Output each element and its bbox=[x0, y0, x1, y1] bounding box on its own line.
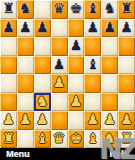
black-pawn: ♟ bbox=[87, 20, 100, 34]
square-d2[interactable] bbox=[51, 111, 68, 130]
help-softkey[interactable]: Help bbox=[109, 148, 129, 160]
white-queen: ♛ bbox=[53, 131, 66, 145]
black-rook: ♜ bbox=[2, 1, 15, 15]
square-e8[interactable]: ♚ bbox=[68, 0, 85, 19]
black-queen: ♛ bbox=[53, 1, 66, 15]
square-h2[interactable]: ♟ bbox=[118, 111, 135, 130]
black-pawn: ♟ bbox=[120, 20, 133, 34]
square-c4[interactable] bbox=[34, 74, 51, 93]
square-d6[interactable] bbox=[51, 37, 68, 56]
square-a4[interactable] bbox=[0, 74, 17, 93]
white-king: ♚ bbox=[70, 131, 83, 145]
square-a6[interactable] bbox=[0, 37, 17, 56]
square-b1[interactable] bbox=[17, 130, 34, 149]
square-h5[interactable] bbox=[118, 56, 135, 75]
square-f5[interactable]: ♝ bbox=[84, 56, 101, 75]
square-a2[interactable]: ♟ bbox=[0, 111, 17, 130]
square-e2[interactable] bbox=[68, 111, 85, 130]
square-g6[interactable] bbox=[101, 37, 118, 56]
square-f6[interactable] bbox=[84, 37, 101, 56]
white-bishop: ♝ bbox=[87, 131, 100, 145]
square-a3[interactable] bbox=[0, 93, 17, 112]
white-pawn: ♟ bbox=[53, 75, 66, 89]
black-bishop: ♝ bbox=[87, 57, 100, 71]
square-h1[interactable]: ♜ bbox=[118, 130, 135, 149]
square-g8[interactable]: ♞ bbox=[101, 0, 118, 19]
square-h4[interactable] bbox=[118, 74, 135, 93]
square-f4[interactable] bbox=[84, 74, 101, 93]
chess-board: ♜♞♛♚♝♞♜♟♟♟♟♟♟♟♟♝♟♞♟♟♟♟♟♟♟♜♝♛♚♝♞♜ bbox=[0, 0, 135, 148]
square-f8[interactable]: ♝ bbox=[84, 0, 101, 19]
white-knight: ♞ bbox=[103, 131, 116, 145]
square-h6[interactable] bbox=[118, 37, 135, 56]
white-pawn: ♟ bbox=[36, 112, 49, 126]
square-d8[interactable]: ♛ bbox=[51, 0, 68, 19]
square-h3[interactable] bbox=[118, 93, 135, 112]
square-d1[interactable]: ♛ bbox=[51, 130, 68, 149]
black-pawn: ♟ bbox=[103, 20, 116, 34]
white-pawn: ♟ bbox=[120, 112, 133, 126]
white-pawn: ♟ bbox=[19, 112, 32, 126]
square-b5[interactable] bbox=[17, 56, 34, 75]
square-g1[interactable]: ♞ bbox=[101, 130, 118, 149]
black-bishop: ♝ bbox=[87, 1, 100, 15]
square-b7[interactable]: ♟ bbox=[17, 19, 34, 38]
square-b3[interactable] bbox=[17, 93, 34, 112]
square-g3[interactable] bbox=[101, 93, 118, 112]
white-pawn: ♟ bbox=[87, 112, 100, 126]
white-pawn: ♟ bbox=[70, 94, 83, 108]
square-a7[interactable]: ♟ bbox=[0, 19, 17, 38]
square-e3[interactable]: ♟ bbox=[68, 93, 85, 112]
white-pawn: ♟ bbox=[103, 112, 116, 126]
black-pawn: ♟ bbox=[36, 20, 49, 34]
black-pawn: ♟ bbox=[53, 57, 66, 71]
square-h7[interactable]: ♟ bbox=[118, 19, 135, 38]
square-a1[interactable]: ♜ bbox=[0, 130, 17, 149]
square-f7[interactable]: ♟ bbox=[84, 19, 101, 38]
square-f3[interactable] bbox=[84, 93, 101, 112]
square-g5[interactable] bbox=[101, 56, 118, 75]
white-rook: ♜ bbox=[120, 131, 133, 145]
square-b8[interactable]: ♞ bbox=[17, 0, 34, 19]
square-e7[interactable] bbox=[68, 19, 85, 38]
square-e5[interactable] bbox=[68, 56, 85, 75]
square-g4[interactable] bbox=[101, 74, 118, 93]
square-c5[interactable] bbox=[34, 56, 51, 75]
black-king: ♚ bbox=[70, 1, 83, 15]
white-knight: ♞ bbox=[36, 94, 49, 108]
square-g7[interactable]: ♟ bbox=[101, 19, 118, 38]
menu-softkey[interactable]: Menu bbox=[6, 148, 30, 160]
square-a5[interactable] bbox=[0, 56, 17, 75]
square-g2[interactable]: ♟ bbox=[101, 111, 118, 130]
square-c8[interactable] bbox=[34, 0, 51, 19]
white-pawn: ♟ bbox=[2, 112, 15, 126]
square-c2[interactable]: ♟ bbox=[34, 111, 51, 130]
black-rook: ♜ bbox=[120, 1, 133, 15]
square-b4[interactable] bbox=[17, 74, 34, 93]
square-c7[interactable]: ♟ bbox=[34, 19, 51, 38]
black-pawn: ♟ bbox=[19, 20, 32, 34]
square-e1[interactable]: ♚ bbox=[68, 130, 85, 149]
square-e4[interactable] bbox=[68, 74, 85, 93]
white-rook: ♜ bbox=[2, 131, 15, 145]
square-a8[interactable]: ♜ bbox=[0, 0, 17, 19]
square-b6[interactable] bbox=[17, 37, 34, 56]
square-e6[interactable]: ♟ bbox=[68, 37, 85, 56]
black-pawn: ♟ bbox=[2, 20, 15, 34]
black-knight: ♞ bbox=[103, 1, 116, 15]
square-d7[interactable] bbox=[51, 19, 68, 38]
square-d3[interactable] bbox=[51, 93, 68, 112]
softkey-bar: Menu Help bbox=[0, 148, 135, 160]
square-b2[interactable]: ♟ bbox=[17, 111, 34, 130]
chess-app-screen: ♜♞♛♚♝♞♜♟♟♟♟♟♟♟♟♝♟♞♟♟♟♟♟♟♟♜♝♛♚♝♞♜ Menu He… bbox=[0, 0, 135, 160]
square-f1[interactable]: ♝ bbox=[84, 130, 101, 149]
white-bishop: ♝ bbox=[36, 131, 49, 145]
square-d4[interactable]: ♟ bbox=[51, 74, 68, 93]
square-c6[interactable] bbox=[34, 37, 51, 56]
square-d5[interactable]: ♟ bbox=[51, 56, 68, 75]
black-pawn: ♟ bbox=[70, 38, 83, 52]
black-knight: ♞ bbox=[19, 1, 32, 15]
square-c1[interactable]: ♝ bbox=[34, 130, 51, 149]
square-c3[interactable]: ♞ bbox=[34, 93, 51, 112]
square-f2[interactable]: ♟ bbox=[84, 111, 101, 130]
square-h8[interactable]: ♜ bbox=[118, 0, 135, 19]
